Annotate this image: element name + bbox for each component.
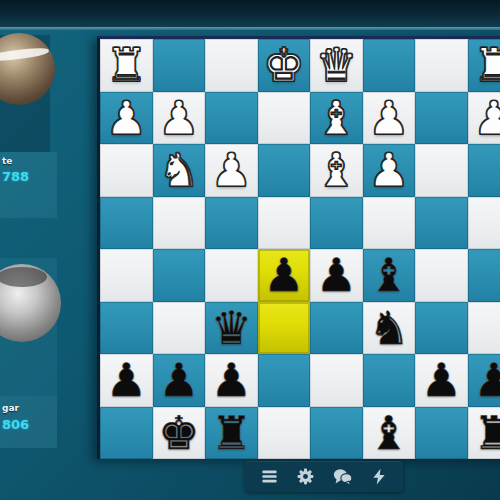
- square-f1[interactable]: [205, 39, 258, 92]
- white-player-name: te: [2, 156, 12, 166]
- square-c4[interactable]: [363, 197, 416, 250]
- piece-white-rook[interactable]: ♜: [106, 42, 147, 88]
- square-d5[interactable]: ♟: [310, 249, 363, 302]
- square-g5[interactable]: [153, 249, 206, 302]
- square-c2[interactable]: ♟: [363, 92, 416, 145]
- piece-black-king[interactable]: ♚: [158, 410, 199, 456]
- square-g3[interactable]: ♞: [153, 144, 206, 197]
- square-f4[interactable]: [205, 197, 258, 250]
- square-a3[interactable]: [468, 144, 500, 197]
- square-h5[interactable]: [100, 249, 153, 302]
- piece-white-pawn[interactable]: ♟: [158, 95, 199, 141]
- square-f7[interactable]: ♟: [205, 354, 258, 407]
- chat-icon: [332, 467, 353, 486]
- square-c8[interactable]: ♝: [363, 407, 416, 460]
- square-e6[interactable]: [258, 302, 311, 355]
- chess-board[interactable]: ♜♚♛♜♟♟♝♟♟♞♟♝♟♟♟♝♛♞♟♟♟♟♟♚♜♝♜: [97, 36, 500, 459]
- square-e7[interactable]: [258, 354, 311, 407]
- piece-black-pawn[interactable]: ♟: [263, 252, 304, 298]
- square-h4[interactable]: [100, 197, 153, 250]
- piece-black-queen[interactable]: ♛: [211, 305, 252, 351]
- piece-white-queen[interactable]: ♛: [316, 42, 357, 88]
- square-a5[interactable]: [468, 249, 500, 302]
- piece-white-pawn[interactable]: ♟: [368, 147, 409, 193]
- square-e8[interactable]: [258, 407, 311, 460]
- square-c3[interactable]: ♟: [363, 144, 416, 197]
- square-b5[interactable]: [415, 249, 468, 302]
- top-bar-highlight-line: [0, 27, 500, 30]
- square-c5[interactable]: ♝: [363, 249, 416, 302]
- square-h7[interactable]: ♟: [100, 354, 153, 407]
- square-d2[interactable]: ♝: [310, 92, 363, 145]
- square-f2[interactable]: [205, 92, 258, 145]
- settings-gear-icon: [296, 467, 315, 486]
- square-b1[interactable]: [415, 39, 468, 92]
- piece-white-king[interactable]: ♚: [263, 42, 304, 88]
- piece-white-pawn[interactable]: ♟: [473, 95, 500, 141]
- square-a2[interactable]: ♟: [468, 92, 500, 145]
- square-d1[interactable]: ♛: [310, 39, 363, 92]
- piece-white-rook[interactable]: ♜: [473, 42, 500, 88]
- square-d6[interactable]: [310, 302, 363, 355]
- square-b6[interactable]: [415, 302, 468, 355]
- piece-black-rook[interactable]: ♜: [473, 410, 500, 456]
- square-e3[interactable]: [258, 144, 311, 197]
- square-e4[interactable]: [258, 197, 311, 250]
- square-c7[interactable]: [363, 354, 416, 407]
- square-g2[interactable]: ♟: [153, 92, 206, 145]
- piece-black-knight[interactable]: ♞: [368, 305, 409, 351]
- menu-button[interactable]: [257, 465, 281, 489]
- black-player-name: gar: [2, 403, 19, 413]
- square-h1[interactable]: ♜: [100, 39, 153, 92]
- square-h6[interactable]: [100, 302, 153, 355]
- piece-black-rook[interactable]: ♜: [211, 410, 252, 456]
- bottom-toolbar: [245, 461, 403, 492]
- square-a7[interactable]: ♟: [468, 354, 500, 407]
- square-a4[interactable]: [468, 197, 500, 250]
- piece-black-pawn[interactable]: ♟: [421, 357, 462, 403]
- square-e5[interactable]: ♟: [258, 249, 311, 302]
- square-a1[interactable]: ♜: [468, 39, 500, 92]
- square-b2[interactable]: [415, 92, 468, 145]
- chat-button[interactable]: [330, 465, 354, 489]
- square-g1[interactable]: [153, 39, 206, 92]
- flash-button[interactable]: [367, 465, 391, 489]
- square-f8[interactable]: ♜: [205, 407, 258, 460]
- piece-black-pawn[interactable]: ♟: [211, 357, 252, 403]
- black-player-rating: 806: [2, 417, 29, 432]
- square-e2[interactable]: [258, 92, 311, 145]
- square-g4[interactable]: [153, 197, 206, 250]
- square-f5[interactable]: [205, 249, 258, 302]
- piece-black-bishop[interactable]: ♝: [368, 252, 409, 298]
- white-player-rating: 788: [2, 169, 29, 184]
- piece-black-bishop[interactable]: ♝: [368, 410, 409, 456]
- square-g6[interactable]: [153, 302, 206, 355]
- square-d7[interactable]: [310, 354, 363, 407]
- square-b7[interactable]: ♟: [415, 354, 468, 407]
- square-f3[interactable]: ♟: [205, 144, 258, 197]
- square-c6[interactable]: ♞: [363, 302, 416, 355]
- piece-black-pawn[interactable]: ♟: [473, 357, 500, 403]
- piece-white-pawn[interactable]: ♟: [106, 95, 147, 141]
- square-g7[interactable]: ♟: [153, 354, 206, 407]
- menu-icon: [260, 467, 279, 486]
- top-bar: [0, 0, 500, 27]
- square-h2[interactable]: ♟: [100, 92, 153, 145]
- piece-white-bishop[interactable]: ♝: [316, 95, 357, 141]
- square-h3[interactable]: [100, 144, 153, 197]
- piece-white-knight[interactable]: ♞: [158, 147, 199, 193]
- square-b3[interactable]: [415, 144, 468, 197]
- square-h8[interactable]: [100, 407, 153, 460]
- square-d8[interactable]: [310, 407, 363, 460]
- flash-icon: [370, 467, 388, 486]
- square-g8[interactable]: ♚: [153, 407, 206, 460]
- square-b4[interactable]: [415, 197, 468, 250]
- square-d4[interactable]: [310, 197, 363, 250]
- square-d3[interactable]: ♝: [310, 144, 363, 197]
- piece-white-pawn[interactable]: ♟: [211, 147, 252, 193]
- square-a8[interactable]: ♜: [468, 407, 500, 460]
- piece-black-pawn[interactable]: ♟: [158, 357, 199, 403]
- piece-white-bishop[interactable]: ♝: [316, 147, 357, 193]
- piece-black-pawn[interactable]: ♟: [106, 357, 147, 403]
- square-f6[interactable]: ♛: [205, 302, 258, 355]
- square-e1[interactable]: ♚: [258, 39, 311, 92]
- settings-button[interactable]: [294, 465, 318, 489]
- piece-black-pawn[interactable]: ♟: [316, 252, 357, 298]
- square-b8[interactable]: [415, 407, 468, 460]
- square-a6[interactable]: [468, 302, 500, 355]
- square-c1[interactable]: [363, 39, 416, 92]
- piece-white-pawn[interactable]: ♟: [368, 95, 409, 141]
